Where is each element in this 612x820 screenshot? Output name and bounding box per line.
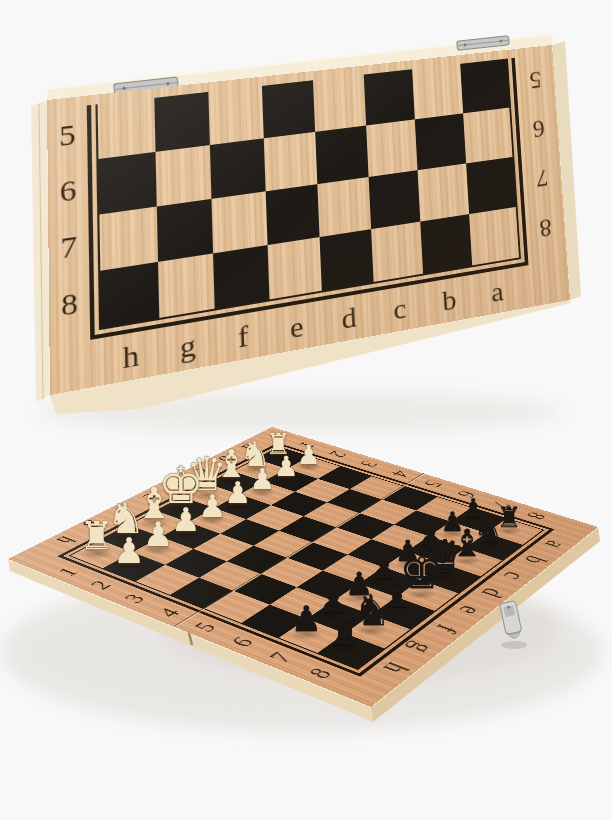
- rank-label-right-2: 2: [325, 450, 350, 459]
- rank-label-right-8: 8: [522, 510, 550, 521]
- lid-square-h8: [100, 262, 158, 328]
- lid-square-d6: [315, 126, 368, 185]
- file-label-near-b: b: [520, 553, 553, 567]
- rank-label-left-4: 4: [154, 606, 185, 620]
- rank-label-left-5: 5: [190, 620, 221, 635]
- lid-file-label-g: g: [179, 330, 196, 363]
- lid-file-label-h: h: [122, 340, 139, 374]
- rank-label-left-2: 2: [86, 578, 116, 591]
- lid-square-b6: [415, 113, 466, 170]
- lid-file-label-c: c: [393, 294, 407, 325]
- rank-label-left-7: 7: [264, 650, 296, 666]
- lid-rank-label-left-5: 5: [59, 119, 76, 151]
- rank-label-left-3: 3: [119, 592, 149, 606]
- lid-square-a7: [466, 157, 516, 214]
- lid-square-e8: [267, 237, 322, 299]
- lid-square-g6: [155, 145, 211, 207]
- rank-label-right-7: 7: [487, 499, 514, 510]
- rank-label-left-6: 6: [226, 634, 258, 649]
- lid-rank-label-right-5: 5: [529, 67, 542, 92]
- lid-square-d5: [313, 75, 366, 132]
- file-label-near-e: e: [454, 603, 488, 618]
- lid-square-c7: [368, 170, 420, 229]
- file-label-near-f: f: [431, 622, 464, 636]
- lid-square-b7: [418, 163, 469, 221]
- file-label-far-h: h: [52, 534, 80, 546]
- lid-square-e7: [265, 184, 319, 245]
- lid-square-a8: [469, 207, 519, 266]
- lid-rank-label-right-6: 6: [532, 116, 545, 141]
- lid-square-b5: [412, 64, 463, 119]
- lid-square-h5: [98, 98, 155, 159]
- rank-label-right-6: 6: [453, 489, 480, 499]
- file-label-far-a: a: [238, 443, 262, 452]
- lid-file-label-b: b: [442, 285, 458, 316]
- rank-label-right-5: 5: [420, 479, 446, 489]
- file-label-near-a: a: [540, 538, 571, 551]
- file-label-near-c: c: [499, 569, 531, 583]
- file-label-far-d: d: [164, 479, 190, 489]
- lid-square-h6: [99, 152, 157, 215]
- lid-rank-label-right-8: 8: [539, 215, 552, 241]
- lid-board-border: [87, 58, 529, 340]
- lid-square-d7: [317, 177, 370, 237]
- file-label-far-c: c: [190, 467, 215, 476]
- lid-rank-label-left-8: 8: [61, 287, 78, 321]
- lid-rank-label-left-6: 6: [60, 175, 77, 207]
- file-label-near-g: g: [404, 640, 440, 657]
- lid-square-e5: [261, 80, 315, 138]
- lid-square-h7: [99, 207, 157, 271]
- lid-square-c5: [363, 69, 415, 125]
- lid-square-a6: [463, 108, 513, 164]
- lid-rank-label-right-7: 7: [535, 165, 548, 191]
- rank-label-left-1: 1: [53, 565, 82, 578]
- lid-square-g8: [158, 253, 215, 318]
- lid-square-f7: [211, 191, 267, 253]
- lid-square-a5: [460, 59, 510, 114]
- file-label-far-g: g: [82, 520, 109, 531]
- lid-file-label-e: e: [290, 311, 305, 343]
- lid-square-b8: [420, 214, 471, 273]
- lid-square-g5: [154, 92, 210, 152]
- file-label-near-d: d: [477, 586, 511, 601]
- rank-label-left-8: 8: [304, 665, 337, 681]
- file-label-far-e: e: [138, 492, 164, 502]
- lid-rank-label-left-7: 7: [60, 231, 77, 264]
- lid-square-c8: [371, 222, 423, 282]
- lid-square-e6: [263, 132, 317, 192]
- clasp-shadow: [501, 641, 527, 649]
- lid-file-label-a: a: [491, 277, 505, 307]
- lid-file-label-f: f: [237, 321, 248, 353]
- lid-square-d8: [320, 229, 374, 290]
- file-label-far-f: f: [112, 506, 136, 516]
- chess-set-product-photo: 55667788hgfedcba 1122334455667788hhggffe…: [0, 0, 612, 820]
- rank-label-right-4: 4: [387, 469, 413, 479]
- lid-square-c6: [366, 119, 418, 177]
- rank-label-right-3: 3: [356, 459, 381, 469]
- file-label-near-h: h: [378, 660, 415, 678]
- lid-square-f5: [208, 86, 263, 145]
- lid-square-g7: [156, 199, 213, 262]
- lid-square-f8: [213, 245, 269, 309]
- file-label-far-b: b: [214, 454, 239, 464]
- lid-half-board-grid: [98, 59, 519, 328]
- rank-label-right-1: 1: [295, 440, 320, 449]
- lid-file-label-d: d: [341, 302, 357, 333]
- lid-square-f6: [210, 138, 265, 199]
